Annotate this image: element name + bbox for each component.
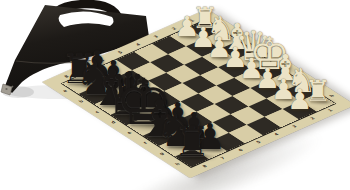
coord-rank-near-3: 3: [291, 125, 297, 129]
coord-file-right-e: e: [280, 63, 286, 67]
coord-file-left-c: c: [94, 110, 100, 113]
coord-file-right-h: h: [329, 94, 335, 98]
coord-rank-near-6: 6: [238, 148, 244, 152]
coord-file-right-b: b: [232, 31, 239, 35]
coord-file-left-e: e: [126, 131, 132, 135]
coord-rank-far-5: 5: [117, 51, 123, 55]
coord-rank-near-5: 5: [256, 141, 262, 145]
coord-rank-far-6: 6: [99, 59, 105, 63]
zipper-pull-hole: [5, 88, 7, 90]
coord-file-right-c: c: [248, 42, 254, 45]
coord-rank-far-2: 2: [171, 27, 177, 31]
coord-file-right-a: a: [216, 21, 222, 25]
coord-file-right-f: f: [297, 73, 302, 76]
coord-rank-far-4: 4: [135, 43, 141, 47]
coord-rank-near-2: 2: [309, 117, 315, 121]
coord-file-left-f: f: [143, 142, 148, 145]
coord-file-left-h: h: [174, 162, 180, 166]
coord-rank-far-7: 7: [81, 67, 87, 71]
coord-file-left-a: a: [62, 89, 68, 93]
coord-rank-near-4: 4: [273, 133, 279, 137]
coord-file-left-g: g: [158, 152, 165, 156]
coord-file-left-d: d: [110, 121, 117, 125]
coord-file-right-g: g: [313, 84, 320, 88]
coord-rank-near-1: 1: [327, 109, 333, 113]
coord-rank-near-8: 8: [202, 164, 208, 168]
coord-rank-far-1: 1: [189, 19, 195, 23]
coord-file-right-d: d: [264, 52, 271, 56]
coord-rank-far-8: 8: [63, 75, 69, 79]
coord-rank-far-3: 3: [153, 35, 159, 39]
scene: aabbccddeeffgghh8877665544332211 ♜♞♝♛♚♝♞…: [0, 0, 350, 190]
coord-rank-near-7: 7: [220, 156, 226, 160]
coord-file-left-b: b: [78, 100, 85, 104]
